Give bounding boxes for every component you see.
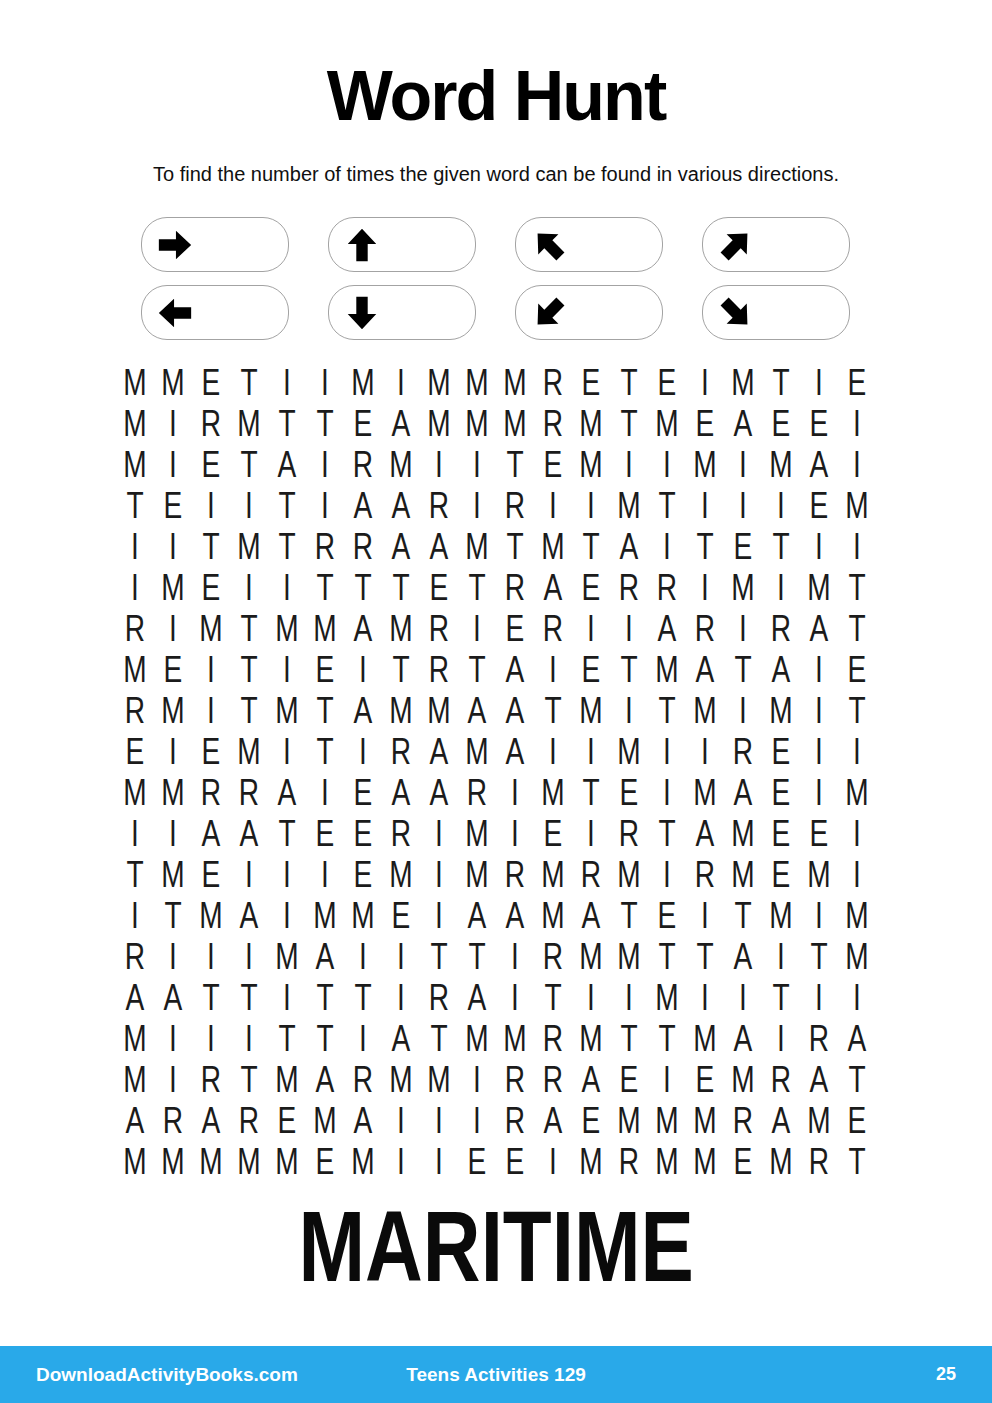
grid-cell[interactable]: I [501,813,530,854]
grid-cell[interactable]: T [615,403,644,444]
grid-cell[interactable]: R [425,608,454,649]
grid-cell[interactable]: E [539,813,568,854]
grid-cell[interactable]: I [311,485,340,526]
grid-cell[interactable]: E [767,731,796,772]
grid-cell[interactable]: T [463,649,492,690]
grid-cell[interactable]: R [805,1141,834,1182]
grid-cell[interactable]: E [691,403,720,444]
grid-cell[interactable]: A [805,444,834,485]
grid-cell[interactable]: R [387,731,416,772]
grid-cell[interactable]: A [273,772,302,813]
grid-cell[interactable]: I [159,813,188,854]
grid-cell[interactable]: I [349,1018,378,1059]
grid-cell[interactable]: M [159,690,188,731]
grid-cell[interactable]: I [691,977,720,1018]
grid-cell[interactable]: M [691,1018,720,1059]
grid-cell[interactable]: T [121,854,150,895]
grid-cell[interactable]: I [159,1059,188,1100]
grid-cell[interactable]: E [843,1100,872,1141]
grid-cell[interactable]: T [615,649,644,690]
grid-cell[interactable]: M [273,690,302,731]
grid-cell[interactable]: M [387,1059,416,1100]
grid-cell[interactable]: I [197,690,226,731]
grid-cell[interactable]: A [349,608,378,649]
grid-cell[interactable]: R [121,936,150,977]
grid-cell[interactable]: A [463,690,492,731]
grid-cell[interactable]: I [425,854,454,895]
grid-cell[interactable]: I [463,444,492,485]
grid-cell[interactable]: I [197,649,226,690]
grid-cell[interactable]: A [273,444,302,485]
grid-cell[interactable]: I [805,649,834,690]
grid-cell[interactable]: T [805,936,834,977]
grid-cell[interactable]: R [767,1059,796,1100]
grid-cell[interactable]: I [273,895,302,936]
grid-cell[interactable]: T [235,977,264,1018]
grid-cell[interactable]: I [805,977,834,1018]
grid-cell[interactable]: I [501,936,530,977]
grid-cell[interactable]: I [805,772,834,813]
grid-cell[interactable]: I [501,977,530,1018]
grid-cell[interactable]: I [843,977,872,1018]
grid-cell[interactable]: I [805,526,834,567]
grid-cell[interactable]: T [311,567,340,608]
grid-cell[interactable]: T [501,526,530,567]
grid-cell[interactable]: I [273,649,302,690]
grid-cell[interactable]: A [387,772,416,813]
grid-cell[interactable]: R [767,608,796,649]
grid-cell[interactable]: A [425,731,454,772]
grid-cell[interactable]: I [577,731,606,772]
grid-cell[interactable]: R [121,690,150,731]
grid-cell[interactable]: E [691,1059,720,1100]
grid-cell[interactable]: R [539,1059,568,1100]
grid-cell[interactable]: E [463,1141,492,1182]
grid-cell[interactable]: I [311,444,340,485]
grid-cell[interactable]: A [539,567,568,608]
grid-cell[interactable]: I [729,977,758,1018]
grid-cell[interactable]: T [311,1018,340,1059]
grid-cell[interactable]: A [501,690,530,731]
grid-cell[interactable]: I [653,444,682,485]
grid-cell[interactable]: M [653,1141,682,1182]
grid-cell[interactable]: T [463,567,492,608]
grid-cell[interactable]: E [311,813,340,854]
grid-cell[interactable]: I [273,854,302,895]
grid-cell[interactable]: I [387,977,416,1018]
grid-cell[interactable]: E [425,567,454,608]
grid-cell[interactable]: I [805,895,834,936]
grid-cell[interactable]: R [311,526,340,567]
grid-cell[interactable]: E [197,444,226,485]
grid-cell[interactable]: M [501,1018,530,1059]
grid-cell[interactable]: I [767,1018,796,1059]
grid-cell[interactable]: T [273,813,302,854]
grid-cell[interactable]: A [501,649,530,690]
grid-cell[interactable]: I [273,977,302,1018]
grid-cell[interactable]: I [463,1100,492,1141]
grid-cell[interactable]: I [691,362,720,403]
grid-cell[interactable]: M [691,1100,720,1141]
grid-cell[interactable]: M [197,895,226,936]
grid-cell[interactable]: T [235,649,264,690]
grid-cell[interactable]: T [653,690,682,731]
grid-cell[interactable]: A [235,895,264,936]
grid-cell[interactable]: I [159,608,188,649]
grid-cell[interactable]: M [577,936,606,977]
grid-cell[interactable]: M [235,1141,264,1182]
grid-cell[interactable]: I [425,1141,454,1182]
grid-cell[interactable]: R [691,854,720,895]
grid-cell[interactable]: A [387,526,416,567]
grid-cell[interactable]: I [653,772,682,813]
grid-cell[interactable]: M [615,731,644,772]
grid-cell[interactable]: I [843,854,872,895]
grid-cell[interactable]: I [691,895,720,936]
grid-cell[interactable]: M [729,362,758,403]
grid-cell[interactable]: I [691,485,720,526]
grid-cell[interactable]: A [387,403,416,444]
grid-cell[interactable]: M [463,854,492,895]
grid-cell[interactable]: T [235,1059,264,1100]
grid-cell[interactable]: E [577,1100,606,1141]
grid-cell[interactable]: T [653,485,682,526]
grid-cell[interactable]: E [615,1059,644,1100]
grid-cell[interactable]: E [577,567,606,608]
grid-cell[interactable]: M [843,895,872,936]
grid-cell[interactable]: A [729,936,758,977]
grid-cell[interactable]: T [843,567,872,608]
grid-cell[interactable]: M [121,649,150,690]
grid-cell[interactable]: I [653,1059,682,1100]
grid-cell[interactable]: M [121,1059,150,1100]
grid-cell[interactable]: M [159,854,188,895]
grid-cell[interactable]: I [615,690,644,731]
grid-cell[interactable]: I [425,895,454,936]
grid-cell[interactable]: T [615,362,644,403]
grid-cell[interactable]: R [197,403,226,444]
grid-cell[interactable]: T [729,649,758,690]
grid-cell[interactable]: M [539,854,568,895]
grid-cell[interactable]: I [691,731,720,772]
grid-cell[interactable]: M [273,936,302,977]
grid-cell[interactable]: M [767,444,796,485]
grid-cell[interactable]: M [463,1018,492,1059]
grid-cell[interactable]: M [235,731,264,772]
grid-cell[interactable]: M [691,444,720,485]
grid-cell[interactable]: T [843,608,872,649]
grid-cell[interactable]: M [273,608,302,649]
grid-cell[interactable]: M [235,403,264,444]
grid-cell[interactable]: M [235,526,264,567]
grid-cell[interactable]: R [425,977,454,1018]
grid-cell[interactable]: M [159,362,188,403]
grid-cell[interactable]: I [197,1018,226,1059]
grid-cell[interactable]: T [843,1059,872,1100]
grid-cell[interactable]: M [387,608,416,649]
grid-cell[interactable]: R [539,1018,568,1059]
grid-cell[interactable]: R [501,485,530,526]
grid-cell[interactable]: T [235,444,264,485]
grid-cell[interactable]: T [653,936,682,977]
grid-cell[interactable]: M [311,1100,340,1141]
grid-cell[interactable]: M [539,526,568,567]
grid-cell[interactable]: R [349,444,378,485]
grid-cell[interactable]: R [197,1059,226,1100]
grid-cell[interactable]: M [425,403,454,444]
grid-cell[interactable]: E [805,403,834,444]
grid-cell[interactable]: M [463,526,492,567]
grid-cell[interactable]: E [159,485,188,526]
grid-cell[interactable]: T [311,403,340,444]
grid-cell[interactable]: I [235,936,264,977]
grid-cell[interactable]: I [577,608,606,649]
grid-cell[interactable]: I [159,1018,188,1059]
grid-cell[interactable]: T [235,362,264,403]
grid-cell[interactable]: M [615,936,644,977]
grid-cell[interactable]: M [159,1141,188,1182]
grid-cell[interactable]: A [577,1059,606,1100]
grid-cell[interactable]: M [539,772,568,813]
grid-cell[interactable]: A [387,1018,416,1059]
grid-cell[interactable]: E [767,813,796,854]
grid-cell[interactable]: I [729,608,758,649]
grid-cell[interactable]: T [349,977,378,1018]
grid-cell[interactable]: R [463,772,492,813]
grid-cell[interactable]: R [235,1100,264,1141]
grid-cell[interactable]: I [235,1018,264,1059]
grid-cell[interactable]: T [387,649,416,690]
grid-cell[interactable]: I [805,362,834,403]
grid-cell[interactable]: I [311,772,340,813]
grid-cell[interactable]: E [653,362,682,403]
grid-cell[interactable]: T [843,1141,872,1182]
grid-cell[interactable]: T [311,690,340,731]
grid-cell[interactable]: I [235,567,264,608]
grid-cell[interactable]: E [197,731,226,772]
grid-cell[interactable]: T [577,772,606,813]
grid-cell[interactable]: I [767,936,796,977]
grid-cell[interactable]: M [577,444,606,485]
grid-cell[interactable]: A [425,526,454,567]
grid-cell[interactable]: I [159,936,188,977]
grid-cell[interactable]: R [349,526,378,567]
grid-cell[interactable]: E [311,649,340,690]
grid-cell[interactable]: I [843,526,872,567]
grid-cell[interactable]: I [843,731,872,772]
grid-cell[interactable]: T [197,526,226,567]
grid-cell[interactable]: E [615,772,644,813]
grid-cell[interactable]: M [197,1141,226,1182]
grid-cell[interactable]: T [767,526,796,567]
grid-cell[interactable]: M [729,813,758,854]
grid-cell[interactable]: T [235,690,264,731]
grid-cell[interactable]: E [197,362,226,403]
grid-cell[interactable]: R [501,1059,530,1100]
grid-cell[interactable]: T [767,977,796,1018]
grid-cell[interactable]: E [197,854,226,895]
grid-cell[interactable]: M [121,1141,150,1182]
grid-cell[interactable]: T [615,1018,644,1059]
grid-cell[interactable]: A [729,403,758,444]
grid-cell[interactable]: I [539,649,568,690]
grid-cell[interactable]: A [653,608,682,649]
grid-cell[interactable]: I [539,485,568,526]
grid-cell[interactable]: E [729,526,758,567]
grid-cell[interactable]: I [349,649,378,690]
grid-cell[interactable]: E [767,403,796,444]
grid-cell[interactable]: I [121,895,150,936]
grid-cell[interactable]: R [577,854,606,895]
grid-cell[interactable]: I [767,485,796,526]
grid-cell[interactable]: I [653,731,682,772]
grid-cell[interactable]: T [349,567,378,608]
grid-cell[interactable]: I [349,936,378,977]
grid-cell[interactable]: E [273,1100,302,1141]
grid-cell[interactable]: E [577,649,606,690]
grid-cell[interactable]: M [653,403,682,444]
grid-cell[interactable]: M [159,772,188,813]
grid-cell[interactable]: A [539,1100,568,1141]
grid-cell[interactable]: T [577,526,606,567]
grid-cell[interactable]: E [767,772,796,813]
grid-cell[interactable]: A [767,1100,796,1141]
grid-cell[interactable]: I [843,444,872,485]
grid-cell[interactable]: A [691,649,720,690]
grid-cell[interactable]: E [805,813,834,854]
grid-cell[interactable]: E [767,854,796,895]
grid-cell[interactable]: T [615,895,644,936]
grid-cell[interactable]: I [767,567,796,608]
grid-cell[interactable]: I [463,1059,492,1100]
grid-cell[interactable]: I [159,444,188,485]
grid-cell[interactable]: I [311,854,340,895]
grid-cell[interactable]: A [615,526,644,567]
grid-cell[interactable]: T [311,731,340,772]
grid-cell[interactable]: A [197,1100,226,1141]
grid-cell[interactable]: I [805,731,834,772]
grid-cell[interactable]: T [653,1018,682,1059]
grid-cell[interactable]: I [653,854,682,895]
grid-cell[interactable]: A [767,649,796,690]
grid-cell[interactable]: M [311,895,340,936]
grid-cell[interactable]: A [349,690,378,731]
grid-cell[interactable]: M [843,772,872,813]
grid-cell[interactable]: M [501,362,530,403]
grid-cell[interactable]: A [501,895,530,936]
grid-cell[interactable]: A [349,485,378,526]
grid-cell[interactable]: I [463,485,492,526]
grid-cell[interactable]: R [121,608,150,649]
grid-cell[interactable]: R [539,608,568,649]
grid-cell[interactable]: T [273,403,302,444]
grid-cell[interactable]: M [425,362,454,403]
grid-cell[interactable]: I [691,567,720,608]
grid-cell[interactable]: I [843,813,872,854]
grid-cell[interactable]: M [501,403,530,444]
grid-cell[interactable]: E [577,362,606,403]
grid-cell[interactable]: M [805,854,834,895]
grid-cell[interactable]: R [501,567,530,608]
grid-cell[interactable]: A [463,977,492,1018]
grid-cell[interactable]: R [501,854,530,895]
grid-cell[interactable]: M [273,1059,302,1100]
grid-cell[interactable]: A [121,1100,150,1141]
grid-cell[interactable]: T [767,362,796,403]
grid-cell[interactable]: I [387,936,416,977]
grid-cell[interactable]: E [843,362,872,403]
grid-cell[interactable]: I [273,362,302,403]
grid-cell[interactable]: I [463,608,492,649]
grid-cell[interactable]: I [121,526,150,567]
grid-cell[interactable]: M [843,485,872,526]
grid-cell[interactable]: E [349,772,378,813]
grid-cell[interactable]: A [387,485,416,526]
grid-cell[interactable]: A [843,1018,872,1059]
grid-cell[interactable]: M [653,1100,682,1141]
grid-cell[interactable]: R [539,362,568,403]
grid-cell[interactable]: M [387,444,416,485]
grid-cell[interactable]: E [653,895,682,936]
grid-cell[interactable]: M [729,1059,758,1100]
grid-cell[interactable]: A [121,977,150,1018]
grid-cell[interactable]: T [273,1018,302,1059]
grid-cell[interactable]: I [159,731,188,772]
grid-cell[interactable]: I [577,485,606,526]
grid-cell[interactable]: R [691,608,720,649]
grid-cell[interactable]: A [501,731,530,772]
grid-cell[interactable]: M [121,1018,150,1059]
grid-cell[interactable]: I [577,977,606,1018]
grid-cell[interactable]: M [577,690,606,731]
grid-cell[interactable]: I [159,403,188,444]
grid-cell[interactable]: E [349,403,378,444]
grid-cell[interactable]: E [843,649,872,690]
grid-cell[interactable]: T [501,444,530,485]
grid-cell[interactable]: M [653,649,682,690]
grid-cell[interactable]: I [843,403,872,444]
grid-cell[interactable]: R [197,772,226,813]
grid-cell[interactable]: I [729,444,758,485]
grid-cell[interactable]: R [729,731,758,772]
grid-cell[interactable]: M [729,567,758,608]
grid-cell[interactable]: T [425,936,454,977]
grid-cell[interactable]: E [501,608,530,649]
grid-cell[interactable]: I [729,485,758,526]
grid-cell[interactable]: A [197,813,226,854]
grid-cell[interactable]: I [729,690,758,731]
grid-cell[interactable]: M [121,362,150,403]
grid-cell[interactable]: I [425,444,454,485]
grid-cell[interactable]: A [729,772,758,813]
grid-cell[interactable]: T [387,567,416,608]
grid-cell[interactable]: M [425,1059,454,1100]
grid-cell[interactable]: T [653,813,682,854]
grid-cell[interactable]: I [653,526,682,567]
grid-cell[interactable]: I [387,1100,416,1141]
grid-cell[interactable]: T [273,526,302,567]
grid-cell[interactable]: R [805,1018,834,1059]
grid-cell[interactable]: M [539,895,568,936]
grid-cell[interactable]: A [311,936,340,977]
grid-cell[interactable]: R [501,1100,530,1141]
grid-cell[interactable]: E [805,485,834,526]
grid-cell[interactable]: M [311,608,340,649]
grid-cell[interactable]: R [425,649,454,690]
grid-cell[interactable]: E [539,444,568,485]
grid-cell[interactable]: I [273,731,302,772]
grid-cell[interactable]: A [805,1059,834,1100]
